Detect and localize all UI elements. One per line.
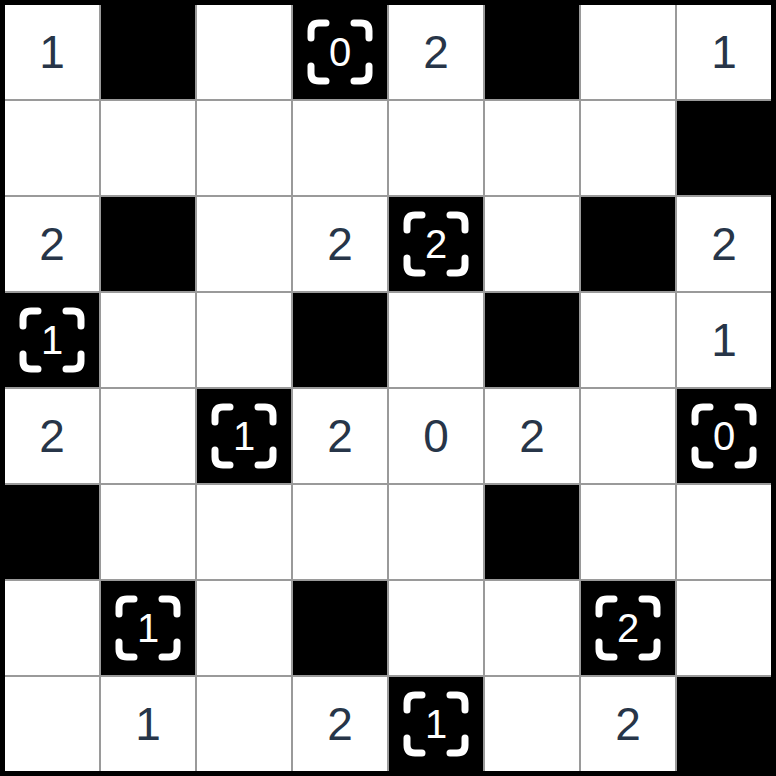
cell-r1c6[interactable] [485, 5, 579, 99]
cell-r7c6[interactable] [485, 581, 579, 675]
corner-brackets-icon: 1 [17, 305, 87, 375]
cell-r7c2[interactable]: 1 [101, 581, 195, 675]
cell-r2c6[interactable] [485, 101, 579, 195]
cell-r4c7[interactable] [581, 293, 675, 387]
corner-brackets-icon: 2 [593, 593, 663, 663]
cell-r1c7[interactable] [581, 5, 675, 99]
cell-r5c3[interactable]: 1 [197, 389, 291, 483]
cell-r2c8[interactable] [677, 101, 771, 195]
corner-brackets-icon: 1 [113, 593, 183, 663]
black-cell-clue: 0 [713, 416, 735, 456]
cell-r4c2[interactable] [101, 293, 195, 387]
cell-r8c7[interactable]: 2 [581, 677, 675, 771]
cell-r2c2[interactable] [101, 101, 195, 195]
cell-r6c3[interactable] [197, 485, 291, 579]
black-cell-clue: 2 [617, 608, 639, 648]
white-cell-clue: 2 [519, 413, 545, 459]
cell-r2c4[interactable] [293, 101, 387, 195]
cell-r7c3[interactable] [197, 581, 291, 675]
cell-r6c5[interactable] [389, 485, 483, 579]
cell-r4c4[interactable] [293, 293, 387, 387]
white-cell-clue: 1 [711, 317, 737, 363]
cell-r1c3[interactable] [197, 5, 291, 99]
cell-r3c4[interactable]: 2 [293, 197, 387, 291]
white-cell-clue: 2 [327, 701, 353, 747]
cell-r6c1[interactable] [5, 485, 99, 579]
white-cell-clue: 2 [423, 29, 449, 75]
puzzle-board: 1021222211212020121212 [0, 0, 776, 776]
cell-r2c1[interactable] [5, 101, 99, 195]
white-cell-clue: 2 [327, 413, 353, 459]
cell-r7c7[interactable]: 2 [581, 581, 675, 675]
cell-r4c8[interactable]: 1 [677, 293, 771, 387]
cell-r8c5[interactable]: 1 [389, 677, 483, 771]
black-cell-clue: 1 [425, 704, 447, 744]
cell-r2c3[interactable] [197, 101, 291, 195]
cell-r3c1[interactable]: 2 [5, 197, 99, 291]
cell-r6c4[interactable] [293, 485, 387, 579]
cell-r3c5[interactable]: 2 [389, 197, 483, 291]
cell-r7c1[interactable] [5, 581, 99, 675]
cell-r5c4[interactable]: 2 [293, 389, 387, 483]
cell-r6c8[interactable] [677, 485, 771, 579]
cell-r5c6[interactable]: 2 [485, 389, 579, 483]
cell-r6c7[interactable] [581, 485, 675, 579]
cell-r6c2[interactable] [101, 485, 195, 579]
cell-r1c4[interactable]: 0 [293, 5, 387, 99]
cell-r1c1[interactable]: 1 [5, 5, 99, 99]
cell-r1c5[interactable]: 2 [389, 5, 483, 99]
cell-r4c1[interactable]: 1 [5, 293, 99, 387]
corner-brackets-icon: 0 [305, 17, 375, 87]
cell-r7c8[interactable] [677, 581, 771, 675]
white-cell-clue: 1 [711, 29, 737, 75]
cell-r8c1[interactable] [5, 677, 99, 771]
black-cell-clue: 2 [425, 224, 447, 264]
black-cell-clue: 1 [137, 608, 159, 648]
cell-r5c2[interactable] [101, 389, 195, 483]
cell-r8c2[interactable]: 1 [101, 677, 195, 771]
cell-r5c8[interactable]: 0 [677, 389, 771, 483]
corner-brackets-icon: 1 [401, 689, 471, 759]
black-cell-clue: 0 [329, 32, 351, 72]
white-cell-clue: 1 [39, 29, 65, 75]
cell-r5c7[interactable] [581, 389, 675, 483]
white-cell-clue: 1 [135, 701, 161, 747]
cell-r6c6[interactable] [485, 485, 579, 579]
cell-r2c5[interactable] [389, 101, 483, 195]
corner-brackets-icon: 2 [401, 209, 471, 279]
cell-r3c8[interactable]: 2 [677, 197, 771, 291]
corner-brackets-icon: 0 [689, 401, 759, 471]
white-cell-clue: 2 [615, 701, 641, 747]
cell-r3c3[interactable] [197, 197, 291, 291]
white-cell-clue: 2 [711, 221, 737, 267]
cell-r5c5[interactable]: 0 [389, 389, 483, 483]
cell-r8c3[interactable] [197, 677, 291, 771]
cell-r4c6[interactable] [485, 293, 579, 387]
cell-r3c7[interactable] [581, 197, 675, 291]
cell-r3c2[interactable] [101, 197, 195, 291]
cell-r7c5[interactable] [389, 581, 483, 675]
cell-r8c8[interactable] [677, 677, 771, 771]
cell-r8c6[interactable] [485, 677, 579, 771]
white-cell-clue: 2 [39, 413, 65, 459]
cell-r5c1[interactable]: 2 [5, 389, 99, 483]
cell-r4c3[interactable] [197, 293, 291, 387]
cell-r1c8[interactable]: 1 [677, 5, 771, 99]
black-cell-clue: 1 [41, 320, 63, 360]
black-cell-clue: 1 [233, 416, 255, 456]
cell-r7c4[interactable] [293, 581, 387, 675]
cell-r4c5[interactable] [389, 293, 483, 387]
white-cell-clue: 2 [39, 221, 65, 267]
white-cell-clue: 2 [327, 221, 353, 267]
cell-r2c7[interactable] [581, 101, 675, 195]
white-cell-clue: 0 [423, 413, 449, 459]
cell-r1c2[interactable] [101, 5, 195, 99]
cell-r8c4[interactable]: 2 [293, 677, 387, 771]
corner-brackets-icon: 1 [209, 401, 279, 471]
cell-r3c6[interactable] [485, 197, 579, 291]
